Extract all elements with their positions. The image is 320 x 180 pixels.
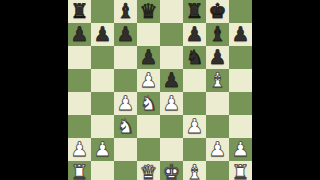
square-g2[interactable]: ♟	[206, 138, 229, 161]
square-e5[interactable]: ♟	[160, 69, 183, 92]
square-e3[interactable]	[160, 115, 183, 138]
white-pawn-b2[interactable]: ♟	[91, 138, 114, 161]
white-pawn-c4[interactable]: ♟	[114, 92, 137, 115]
square-c7[interactable]: ♟	[114, 23, 137, 46]
square-b5[interactable]	[91, 69, 114, 92]
square-h5[interactable]	[229, 69, 252, 92]
black-pawn-d6[interactable]: ♟	[137, 46, 160, 69]
square-h3[interactable]	[229, 115, 252, 138]
square-f4[interactable]	[183, 92, 206, 115]
white-pawn-f3[interactable]: ♟	[183, 115, 206, 138]
square-a2[interactable]: ♟	[68, 138, 91, 161]
square-d2[interactable]	[137, 138, 160, 161]
black-pawn-f7[interactable]: ♟	[183, 23, 206, 46]
square-a1[interactable]: ♜	[68, 161, 91, 180]
square-b7[interactable]: ♟	[91, 23, 114, 46]
square-g5[interactable]: ♝	[206, 69, 229, 92]
square-b6[interactable]	[91, 46, 114, 69]
white-pawn-a2[interactable]: ♟	[68, 138, 91, 161]
white-rook-a1[interactable]: ♜	[68, 161, 91, 180]
square-e2[interactable]	[160, 138, 183, 161]
square-f8[interactable]: ♜	[183, 0, 206, 23]
square-c5[interactable]	[114, 69, 137, 92]
square-g7[interactable]: ♝	[206, 23, 229, 46]
square-h1[interactable]: ♜	[229, 161, 252, 180]
white-pawn-d5[interactable]: ♟	[137, 69, 160, 92]
black-rook-f8[interactable]: ♜	[183, 0, 206, 23]
black-king-g8[interactable]: ♚	[206, 0, 229, 23]
white-pawn-e4[interactable]: ♟	[160, 92, 183, 115]
square-b4[interactable]	[91, 92, 114, 115]
black-pawn-a7[interactable]: ♟	[68, 23, 91, 46]
square-g1[interactable]	[206, 161, 229, 180]
black-bishop-g7[interactable]: ♝	[206, 23, 229, 46]
square-d6[interactable]: ♟	[137, 46, 160, 69]
black-rook-a8[interactable]: ♜	[68, 0, 91, 23]
square-h2[interactable]: ♟	[229, 138, 252, 161]
white-king-e1[interactable]: ♚	[160, 161, 183, 180]
square-c3[interactable]: ♞	[114, 115, 137, 138]
square-f6[interactable]: ♞	[183, 46, 206, 69]
square-c1[interactable]	[114, 161, 137, 180]
white-rook-h1[interactable]: ♜	[229, 161, 252, 180]
black-bishop-c8[interactable]: ♝	[114, 0, 137, 23]
square-d5[interactable]: ♟	[137, 69, 160, 92]
square-h7[interactable]: ♟	[229, 23, 252, 46]
square-c8[interactable]: ♝	[114, 0, 137, 23]
square-a8[interactable]: ♜	[68, 0, 91, 23]
square-d7[interactable]	[137, 23, 160, 46]
black-pawn-e5[interactable]: ♟	[160, 69, 183, 92]
square-f3[interactable]: ♟	[183, 115, 206, 138]
square-e7[interactable]	[160, 23, 183, 46]
white-knight-d4[interactable]: ♞	[137, 92, 160, 115]
square-g3[interactable]	[206, 115, 229, 138]
video-frame: ♜♝♛♜♚♟♟♟♟♝♟♟♞♟♟♟♝♟♞♟♞♟♟♟♟♟♜♛♚♝♜	[0, 0, 320, 180]
square-h6[interactable]	[229, 46, 252, 69]
square-e1[interactable]: ♚	[160, 161, 183, 180]
square-f1[interactable]: ♝	[183, 161, 206, 180]
square-d4[interactable]: ♞	[137, 92, 160, 115]
square-d3[interactable]	[137, 115, 160, 138]
square-h4[interactable]	[229, 92, 252, 115]
square-c2[interactable]	[114, 138, 137, 161]
square-e4[interactable]: ♟	[160, 92, 183, 115]
square-g6[interactable]: ♟	[206, 46, 229, 69]
letterbox-left	[0, 0, 68, 180]
square-a3[interactable]	[68, 115, 91, 138]
black-pawn-g6[interactable]: ♟	[206, 46, 229, 69]
black-pawn-c7[interactable]: ♟	[114, 23, 137, 46]
square-b8[interactable]	[91, 0, 114, 23]
square-d8[interactable]: ♛	[137, 0, 160, 23]
square-b2[interactable]: ♟	[91, 138, 114, 161]
square-a7[interactable]: ♟	[68, 23, 91, 46]
square-d1[interactable]: ♛	[137, 161, 160, 180]
black-queen-d8[interactable]: ♛	[137, 0, 160, 23]
black-pawn-b7[interactable]: ♟	[91, 23, 114, 46]
square-c6[interactable]	[114, 46, 137, 69]
square-b3[interactable]	[91, 115, 114, 138]
square-f7[interactable]: ♟	[183, 23, 206, 46]
square-f2[interactable]	[183, 138, 206, 161]
square-b1[interactable]	[91, 161, 114, 180]
square-a4[interactable]	[68, 92, 91, 115]
square-h8[interactable]	[229, 0, 252, 23]
square-e6[interactable]	[160, 46, 183, 69]
letterbox-right	[252, 0, 320, 180]
square-a5[interactable]	[68, 69, 91, 92]
chess-board: ♜♝♛♜♚♟♟♟♟♝♟♟♞♟♟♟♝♟♞♟♞♟♟♟♟♟♜♛♚♝♜	[68, 0, 252, 180]
square-c4[interactable]: ♟	[114, 92, 137, 115]
white-queen-d1[interactable]: ♛	[137, 161, 160, 180]
black-knight-f6[interactable]: ♞	[183, 46, 206, 69]
black-pawn-h7[interactable]: ♟	[229, 23, 252, 46]
square-f5[interactable]	[183, 69, 206, 92]
square-a6[interactable]	[68, 46, 91, 69]
square-g4[interactable]	[206, 92, 229, 115]
white-bishop-f1[interactable]: ♝	[183, 161, 206, 180]
white-pawn-g2[interactable]: ♟	[206, 138, 229, 161]
white-knight-c3[interactable]: ♞	[114, 115, 137, 138]
white-pawn-h2[interactable]: ♟	[229, 138, 252, 161]
square-g8[interactable]: ♚	[206, 0, 229, 23]
square-e8[interactable]	[160, 0, 183, 23]
white-bishop-g5[interactable]: ♝	[206, 69, 229, 92]
